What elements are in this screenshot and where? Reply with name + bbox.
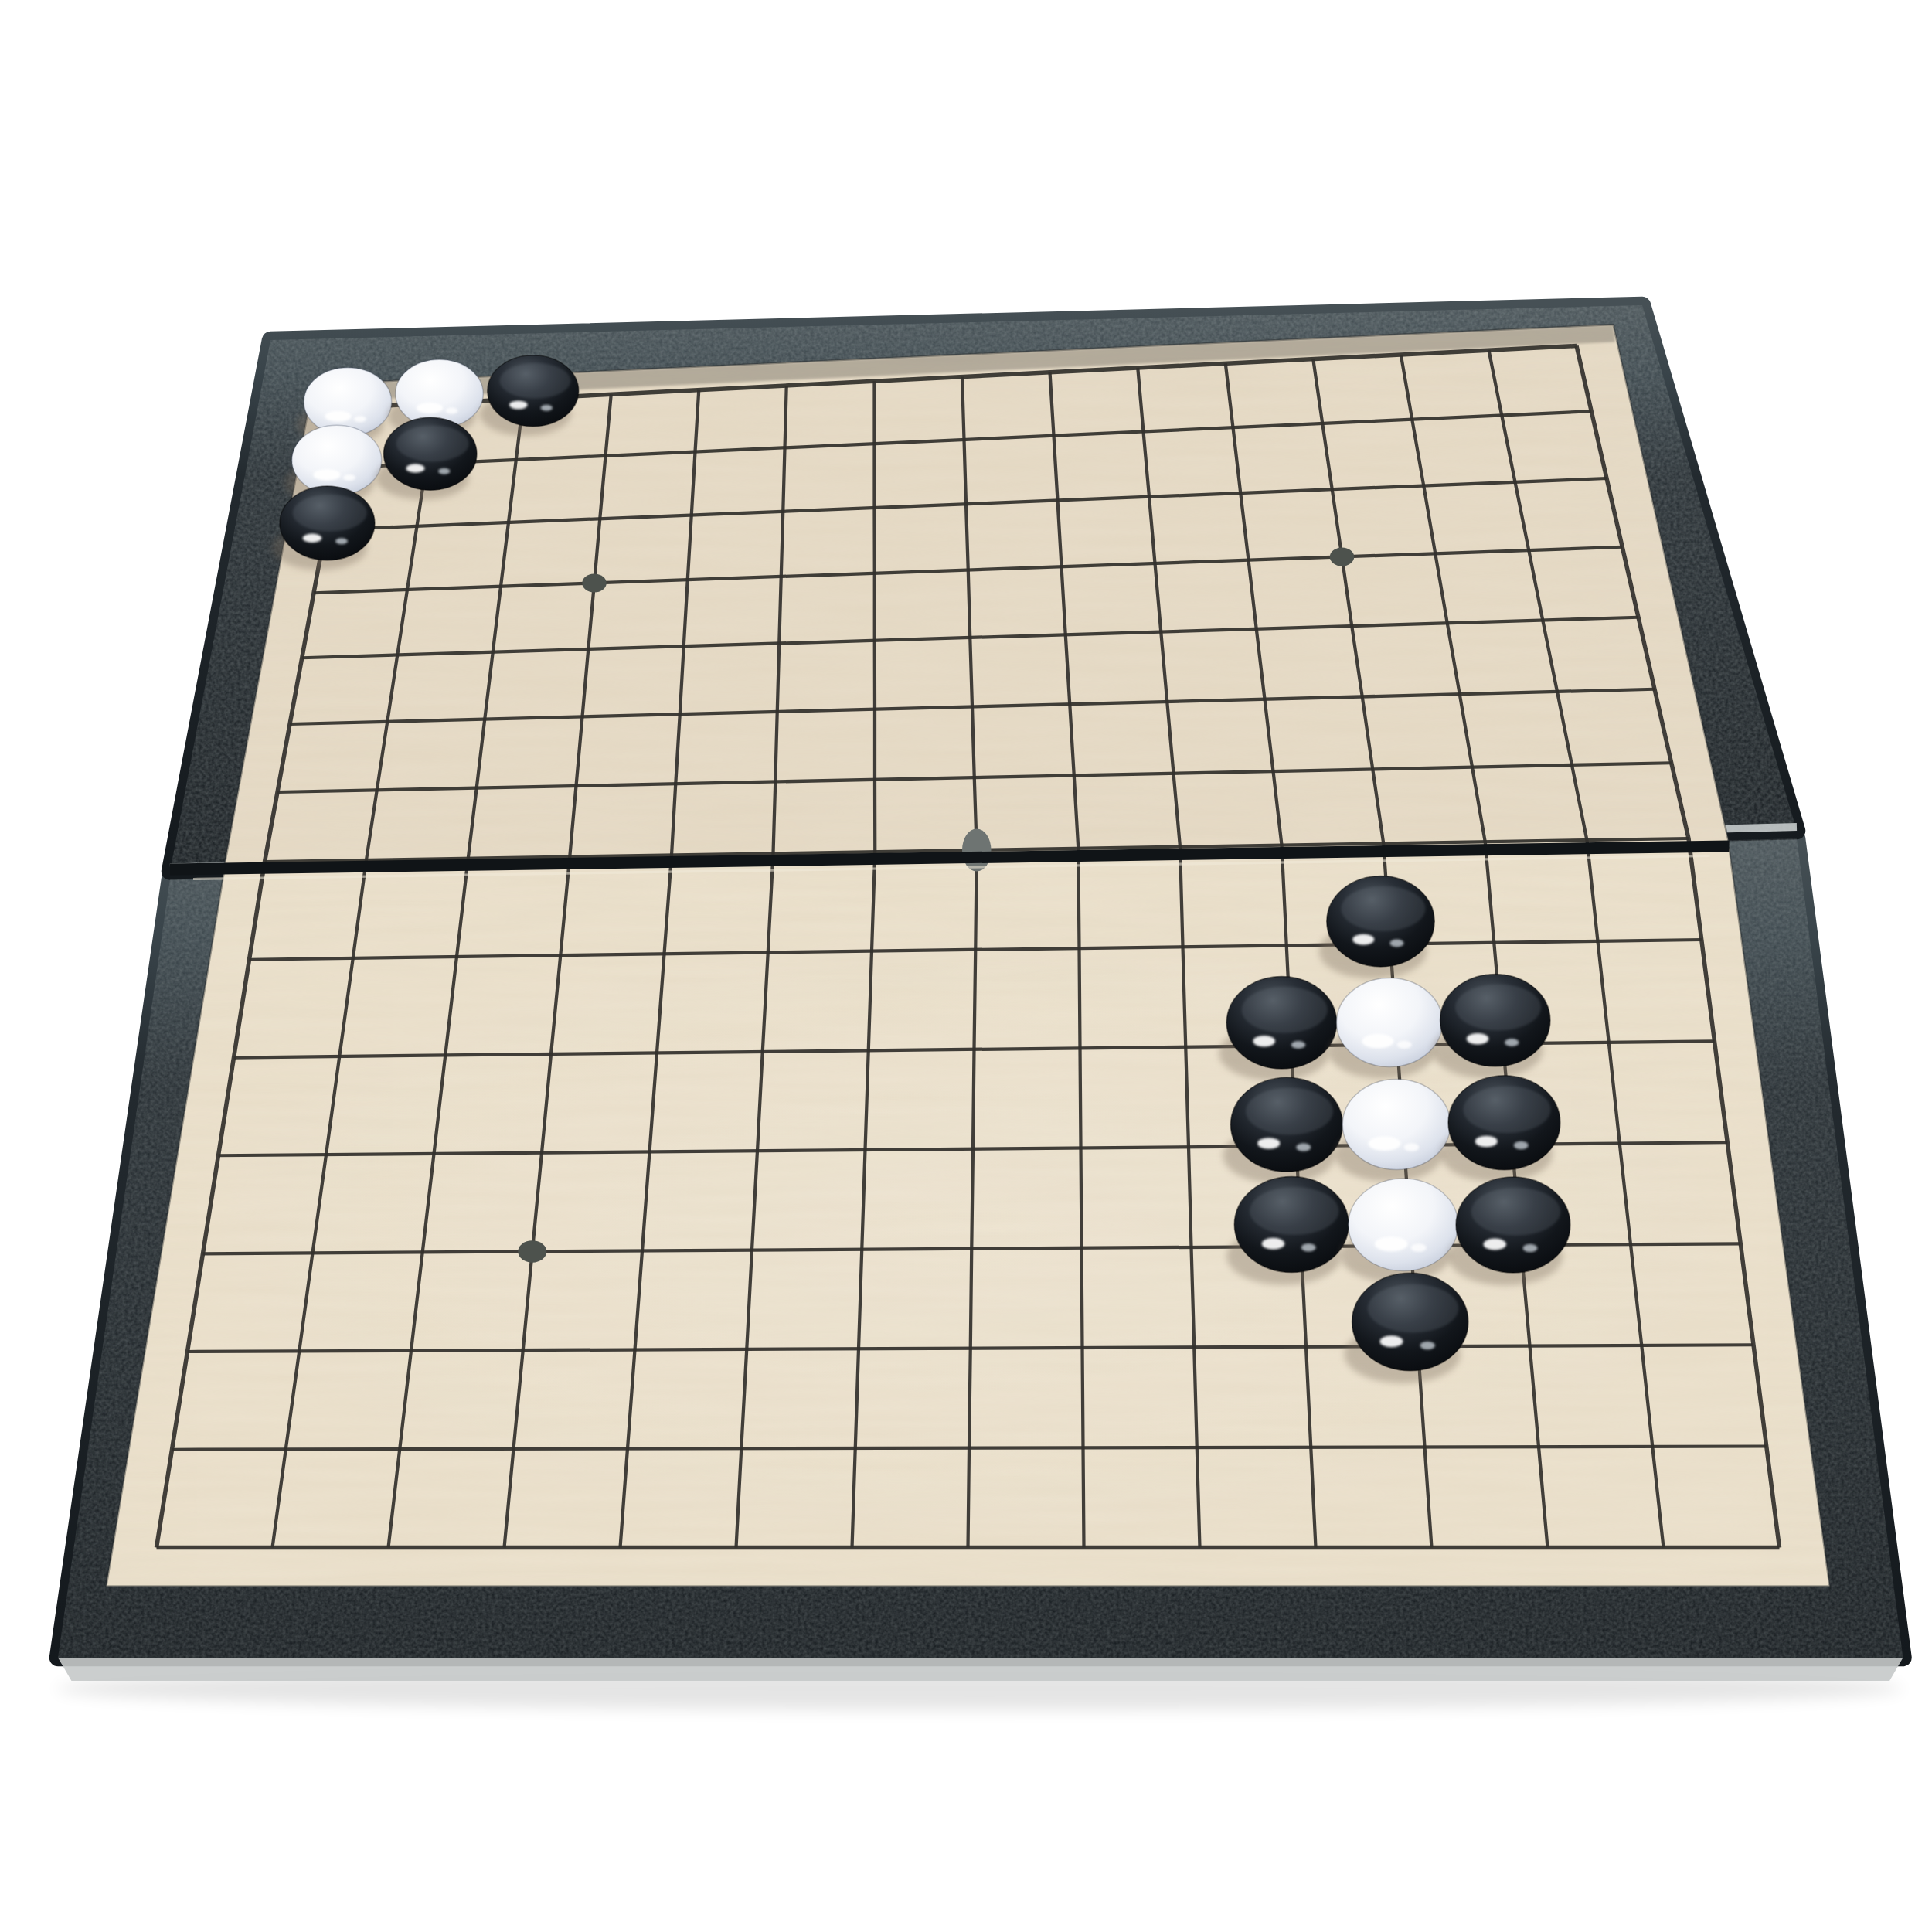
stone-specular-highlight bbox=[314, 469, 341, 481]
stone-sheen bbox=[1342, 886, 1426, 931]
stone-specular-highlight bbox=[438, 468, 450, 474]
stone-specular-highlight bbox=[1375, 1236, 1408, 1251]
stone-specular-highlight bbox=[1352, 934, 1374, 945]
stone-specular-highlight bbox=[1505, 1039, 1519, 1046]
star-point-8-8 bbox=[962, 829, 992, 872]
stone-sheen bbox=[1455, 985, 1541, 1031]
stone-sheen bbox=[500, 363, 571, 399]
stone-sheen bbox=[1368, 1284, 1459, 1333]
stone-specular-highlight bbox=[1411, 1243, 1427, 1252]
stone-specular-highlight bbox=[541, 405, 553, 411]
stone-specular-highlight bbox=[1404, 1143, 1420, 1151]
page: { "game": "go", "board": { "description"… bbox=[0, 0, 1932, 1932]
star-point-12-4 bbox=[1330, 547, 1354, 566]
stone-specular-highlight bbox=[509, 401, 528, 410]
stone-sheen bbox=[1471, 1188, 1561, 1236]
stone-specular-highlight bbox=[1253, 1036, 1276, 1047]
stone-specular-highlight bbox=[1380, 1335, 1403, 1347]
stone-specular-highlight bbox=[1523, 1244, 1538, 1253]
stone-specular-highlight bbox=[325, 411, 352, 422]
stone-specular-highlight bbox=[417, 403, 443, 413]
stone-specular-highlight bbox=[1390, 940, 1404, 947]
stone-body bbox=[1342, 1080, 1451, 1170]
stone-specular-highlight bbox=[1368, 1137, 1400, 1151]
stone-specular-highlight bbox=[1296, 1143, 1311, 1151]
stone-body bbox=[1349, 1179, 1458, 1271]
frame-front-lip bbox=[58, 1658, 1903, 1681]
stone-specular-highlight bbox=[335, 538, 348, 544]
stone-specular-highlight bbox=[406, 464, 425, 473]
stone-sheen bbox=[293, 495, 367, 532]
go-board bbox=[0, 0, 1932, 1932]
stone-sheen bbox=[1242, 987, 1328, 1033]
stone-sheen bbox=[1250, 1187, 1339, 1235]
stone-specular-highlight bbox=[1262, 1238, 1284, 1250]
stone-sheen bbox=[1464, 1086, 1551, 1133]
stone-specular-highlight bbox=[1257, 1138, 1280, 1149]
star-point-4-12 bbox=[518, 1240, 546, 1262]
go-board-product-photo bbox=[0, 0, 1932, 1932]
stone-specular-highlight bbox=[1467, 1033, 1489, 1045]
stone-specular-highlight bbox=[1301, 1243, 1316, 1252]
stone-specular-highlight bbox=[1397, 1041, 1412, 1049]
stone-body bbox=[292, 425, 382, 495]
stone-specular-highlight bbox=[1420, 1342, 1436, 1350]
stone-body bbox=[1337, 978, 1443, 1067]
stone-specular-highlight bbox=[343, 474, 355, 481]
stone-sheen bbox=[396, 426, 469, 462]
stone-specular-highlight bbox=[303, 534, 322, 543]
stone-sheen bbox=[1246, 1088, 1333, 1135]
stone-specular-highlight bbox=[1514, 1141, 1529, 1150]
stone-specular-highlight bbox=[1291, 1041, 1306, 1049]
stone-specular-highlight bbox=[1362, 1034, 1394, 1049]
stone-specular-highlight bbox=[446, 408, 458, 414]
stone-specular-highlight bbox=[354, 416, 366, 422]
stone-specular-highlight bbox=[1484, 1239, 1507, 1250]
stone-specular-highlight bbox=[1475, 1136, 1498, 1148]
star-point-4-4 bbox=[582, 573, 606, 592]
